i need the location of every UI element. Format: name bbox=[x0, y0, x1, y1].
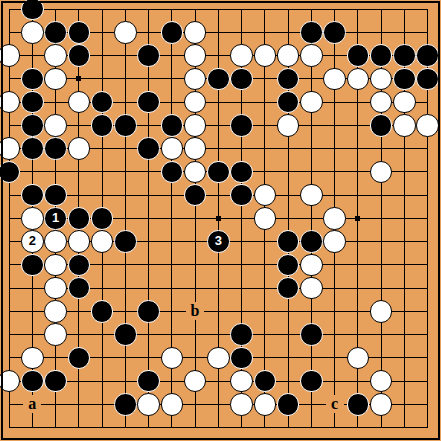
star-point bbox=[76, 76, 81, 81]
black-stone bbox=[68, 21, 91, 44]
black-stone bbox=[21, 370, 44, 393]
black-stone bbox=[91, 300, 114, 323]
black-stone bbox=[0, 161, 20, 184]
white-stone bbox=[0, 91, 20, 114]
black-stone bbox=[300, 230, 323, 253]
white-stone bbox=[254, 207, 277, 230]
black-stone bbox=[347, 393, 370, 416]
white-stone bbox=[300, 254, 323, 277]
black-stone bbox=[137, 370, 160, 393]
white-stone bbox=[277, 44, 300, 67]
white-stone bbox=[161, 393, 184, 416]
white-stone bbox=[370, 370, 393, 393]
white-stone bbox=[416, 114, 439, 137]
white-stone bbox=[44, 254, 67, 277]
black-stone bbox=[114, 323, 137, 346]
white-stone bbox=[370, 300, 393, 323]
black-stone bbox=[277, 277, 300, 300]
white-stone bbox=[230, 370, 253, 393]
black-stone bbox=[161, 114, 184, 137]
white-stone bbox=[184, 137, 207, 160]
white-stone bbox=[44, 230, 67, 253]
star-point bbox=[355, 216, 360, 221]
black-stone bbox=[68, 207, 91, 230]
white-stone bbox=[44, 114, 67, 137]
black-stone bbox=[277, 230, 300, 253]
black-stone bbox=[44, 370, 67, 393]
white-stone bbox=[184, 44, 207, 67]
white-stone bbox=[370, 393, 393, 416]
black-stone bbox=[91, 207, 114, 230]
white-stone bbox=[300, 44, 323, 67]
black-stone bbox=[137, 300, 160, 323]
white-stone bbox=[161, 137, 184, 160]
black-stone bbox=[137, 44, 160, 67]
black-stone bbox=[230, 323, 253, 346]
white-stone bbox=[323, 68, 346, 91]
black-stone bbox=[21, 254, 44, 277]
white-stone bbox=[21, 21, 44, 44]
black-stone bbox=[207, 161, 230, 184]
white-stone bbox=[44, 68, 67, 91]
black-stone bbox=[21, 68, 44, 91]
white-stone bbox=[300, 91, 323, 114]
white-stone bbox=[0, 44, 20, 67]
point-label-a: a bbox=[23, 395, 41, 413]
white-stone bbox=[347, 347, 370, 370]
white-stone bbox=[44, 44, 67, 67]
black-stone bbox=[184, 184, 207, 207]
black-stone-move-1: 1 bbox=[44, 207, 67, 230]
white-stone bbox=[254, 44, 277, 67]
black-stone bbox=[393, 68, 416, 91]
grid-line-horizontal bbox=[9, 311, 429, 312]
black-stone bbox=[137, 91, 160, 114]
black-stone bbox=[21, 114, 44, 137]
black-stone bbox=[230, 68, 253, 91]
white-stone bbox=[207, 347, 230, 370]
white-stone bbox=[230, 44, 253, 67]
black-stone bbox=[416, 68, 439, 91]
black-stone bbox=[114, 393, 137, 416]
black-stone bbox=[68, 254, 91, 277]
white-stone bbox=[323, 207, 346, 230]
white-stone bbox=[184, 21, 207, 44]
black-stone bbox=[277, 393, 300, 416]
black-stone bbox=[207, 68, 230, 91]
grid-line-horizontal bbox=[9, 381, 429, 382]
white-stone bbox=[184, 161, 207, 184]
black-stone bbox=[68, 347, 91, 370]
black-stone bbox=[370, 114, 393, 137]
black-stone bbox=[300, 370, 323, 393]
white-stone bbox=[300, 184, 323, 207]
grid-line-horizontal bbox=[9, 427, 429, 428]
go-board: abc123 bbox=[0, 0, 441, 441]
white-stone bbox=[370, 161, 393, 184]
point-label-c: c bbox=[326, 395, 344, 413]
white-stone bbox=[137, 393, 160, 416]
white-stone bbox=[393, 91, 416, 114]
black-stone bbox=[21, 0, 44, 20]
white-stone bbox=[323, 230, 346, 253]
white-stone bbox=[21, 207, 44, 230]
black-stone bbox=[44, 137, 67, 160]
white-stone bbox=[184, 370, 207, 393]
black-stone bbox=[277, 68, 300, 91]
white-stone bbox=[44, 323, 67, 346]
black-stone bbox=[416, 44, 439, 67]
black-stone bbox=[114, 114, 137, 137]
black-stone bbox=[393, 44, 416, 67]
white-stone bbox=[91, 230, 114, 253]
white-stone bbox=[68, 230, 91, 253]
white-stone bbox=[161, 347, 184, 370]
white-stone bbox=[300, 277, 323, 300]
black-stone-move-3: 3 bbox=[207, 230, 230, 253]
white-stone bbox=[184, 114, 207, 137]
white-stone bbox=[68, 91, 91, 114]
black-stone bbox=[161, 161, 184, 184]
black-stone bbox=[114, 230, 137, 253]
black-stone bbox=[300, 323, 323, 346]
black-stone bbox=[137, 137, 160, 160]
black-stone bbox=[347, 44, 370, 67]
black-stone bbox=[300, 21, 323, 44]
white-stone bbox=[254, 393, 277, 416]
grid-line-horizontal bbox=[9, 334, 429, 335]
white-stone bbox=[44, 300, 67, 323]
star-point bbox=[216, 216, 221, 221]
white-stone bbox=[0, 370, 20, 393]
black-stone bbox=[21, 91, 44, 114]
white-stone bbox=[277, 114, 300, 137]
black-stone bbox=[230, 347, 253, 370]
white-stone bbox=[0, 137, 20, 160]
black-stone bbox=[277, 91, 300, 114]
black-stone bbox=[21, 184, 44, 207]
black-stone bbox=[230, 161, 253, 184]
white-stone bbox=[347, 68, 370, 91]
grid-line-vertical bbox=[311, 9, 312, 429]
black-stone bbox=[230, 114, 253, 137]
white-stone bbox=[21, 347, 44, 370]
white-stone bbox=[44, 277, 67, 300]
white-stone bbox=[184, 91, 207, 114]
black-stone bbox=[277, 254, 300, 277]
black-stone bbox=[68, 44, 91, 67]
white-stone bbox=[370, 68, 393, 91]
point-label-b: b bbox=[186, 302, 204, 320]
white-stone bbox=[114, 21, 137, 44]
black-stone bbox=[44, 21, 67, 44]
black-stone bbox=[254, 370, 277, 393]
black-stone bbox=[68, 277, 91, 300]
white-stone-move-2: 2 bbox=[21, 230, 44, 253]
white-stone bbox=[254, 184, 277, 207]
white-stone bbox=[370, 91, 393, 114]
black-stone bbox=[21, 137, 44, 160]
white-stone bbox=[68, 137, 91, 160]
white-stone bbox=[184, 68, 207, 91]
black-stone bbox=[323, 21, 346, 44]
black-stone bbox=[44, 184, 67, 207]
black-stone bbox=[370, 44, 393, 67]
black-stone bbox=[230, 184, 253, 207]
white-stone bbox=[230, 393, 253, 416]
black-stone bbox=[91, 91, 114, 114]
black-stone bbox=[91, 114, 114, 137]
black-stone bbox=[161, 21, 184, 44]
white-stone bbox=[393, 114, 416, 137]
